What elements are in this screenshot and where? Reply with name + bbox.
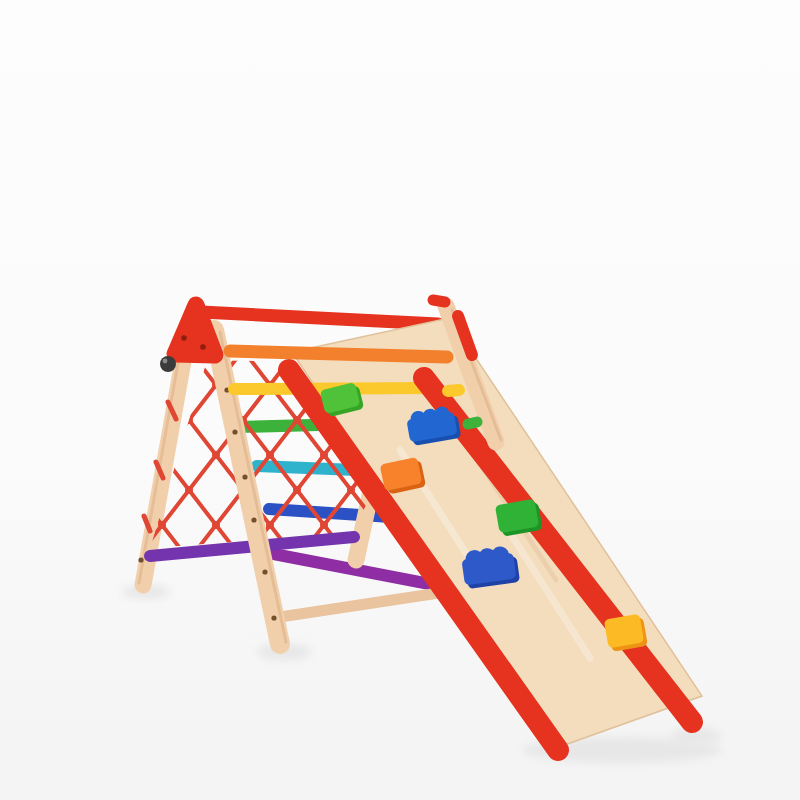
screw-hole <box>242 474 247 479</box>
screw-hole <box>138 557 143 562</box>
screw-hole <box>232 429 237 434</box>
plate-screw-2 <box>200 344 206 350</box>
rung-green-end <box>468 422 477 424</box>
rung-yellow-end <box>448 390 459 391</box>
ramp-hook-over-bar <box>433 300 445 302</box>
hold-yellow-top <box>604 614 644 649</box>
product-photo <box>0 0 800 800</box>
plate-screw-1 <box>181 335 187 341</box>
screw-hole <box>251 517 256 522</box>
lock-knob-highlight <box>163 359 168 364</box>
rung-orange <box>230 351 447 357</box>
climbing-triangle-scene <box>0 0 800 800</box>
lock-knob <box>160 356 176 372</box>
hold-yellow <box>604 613 648 652</box>
screw-hole <box>271 615 276 620</box>
screw-hole <box>262 569 267 574</box>
layer-front-bars <box>230 351 447 357</box>
